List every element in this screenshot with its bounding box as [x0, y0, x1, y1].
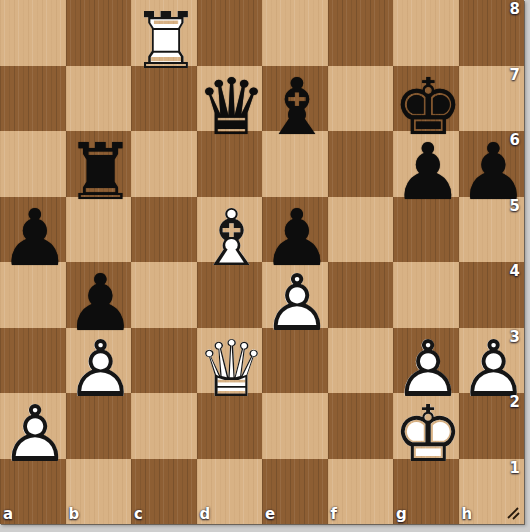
square-h4[interactable]: 4	[459, 262, 525, 328]
square-e2[interactable]	[262, 393, 328, 459]
square-f5[interactable]	[328, 197, 394, 263]
square-h3[interactable]: 3♟♙	[459, 328, 525, 394]
square-f2[interactable]	[328, 393, 394, 459]
white-king[interactable]: ♚♔	[393, 393, 459, 459]
square-d5[interactable]: ♝♗	[197, 197, 263, 263]
file-label: h	[462, 505, 473, 523]
square-c5[interactable]	[131, 197, 197, 263]
black-pawn[interactable]: ♟	[66, 262, 132, 328]
rank-label: 3	[510, 328, 520, 346]
square-g6[interactable]: ♟	[393, 131, 459, 197]
white-queen[interactable]: ♛♕	[197, 328, 263, 394]
square-d3[interactable]: ♛♕	[197, 328, 263, 394]
rank-label: 8	[510, 0, 520, 18]
square-e3[interactable]	[262, 328, 328, 394]
square-c8[interactable]: ♜♖	[131, 0, 197, 66]
black-rook[interactable]: ♜	[66, 131, 132, 197]
white-pawn[interactable]: ♟♙	[262, 262, 328, 328]
square-a2[interactable]: ♟♙	[0, 393, 66, 459]
square-g3[interactable]: ♟♙	[393, 328, 459, 394]
file-label: e	[265, 505, 275, 523]
square-h6[interactable]: 6♟	[459, 131, 525, 197]
board-resize-handle[interactable]	[505, 505, 521, 521]
square-f8[interactable]	[328, 0, 394, 66]
square-c3[interactable]	[131, 328, 197, 394]
square-d2[interactable]	[197, 393, 263, 459]
square-g7[interactable]: ♚	[393, 66, 459, 132]
square-d4[interactable]	[197, 262, 263, 328]
square-e4[interactable]: ♟♙	[262, 262, 328, 328]
square-d7[interactable]: ♛	[197, 66, 263, 132]
black-king[interactable]: ♚	[393, 66, 459, 132]
rank-label: 6	[510, 131, 520, 149]
rank-label: 1	[510, 459, 520, 477]
rank-label: 4	[510, 262, 520, 280]
square-f6[interactable]	[328, 131, 394, 197]
resize-icon	[505, 505, 521, 521]
square-a7[interactable]	[0, 66, 66, 132]
rank-label: 5	[510, 197, 520, 215]
square-b7[interactable]	[66, 66, 132, 132]
square-d8[interactable]	[197, 0, 263, 66]
file-label: a	[3, 505, 13, 523]
square-a4[interactable]	[0, 262, 66, 328]
file-label: b	[69, 505, 80, 523]
square-h5[interactable]: 5	[459, 197, 525, 263]
square-f7[interactable]	[328, 66, 394, 132]
file-label: g	[396, 505, 407, 523]
white-pawn[interactable]: ♟♙	[0, 393, 66, 459]
square-e1[interactable]: e	[262, 459, 328, 525]
square-a3[interactable]	[0, 328, 66, 394]
file-label: d	[200, 505, 211, 523]
rank-label: 2	[510, 393, 520, 411]
square-a6[interactable]	[0, 131, 66, 197]
square-f1[interactable]: f	[328, 459, 394, 525]
rank-label: 7	[510, 66, 520, 84]
square-b8[interactable]	[66, 0, 132, 66]
chess-board[interactable]: ♜♖8♛♝♚7♜♟6♟♟♝♗♟5♟♟♙4♟♙♛♕♟♙3♟♙♟♙♚♔2abcdef…	[0, 0, 524, 524]
square-g2[interactable]: ♚♔	[393, 393, 459, 459]
black-bishop[interactable]: ♝	[262, 66, 328, 132]
white-pawn[interactable]: ♟♙	[393, 328, 459, 394]
square-a5[interactable]: ♟	[0, 197, 66, 263]
page-background: ♜♖8♛♝♚7♜♟6♟♟♝♗♟5♟♟♙4♟♙♛♕♟♙3♟♙♟♙♚♔2abcdef…	[0, 0, 530, 532]
square-e7[interactable]: ♝	[262, 66, 328, 132]
file-label: c	[134, 505, 143, 523]
square-b1[interactable]: b	[66, 459, 132, 525]
square-g5[interactable]	[393, 197, 459, 263]
black-queen[interactable]: ♛	[197, 66, 263, 132]
square-g4[interactable]	[393, 262, 459, 328]
black-pawn[interactable]: ♟	[262, 197, 328, 263]
square-f4[interactable]	[328, 262, 394, 328]
square-h2[interactable]: 2	[459, 393, 525, 459]
white-rook[interactable]: ♜♖	[131, 0, 197, 66]
square-b3[interactable]: ♟♙	[66, 328, 132, 394]
square-e5[interactable]: ♟	[262, 197, 328, 263]
square-b2[interactable]	[66, 393, 132, 459]
file-label: f	[331, 505, 338, 523]
square-d6[interactable]	[197, 131, 263, 197]
square-g8[interactable]	[393, 0, 459, 66]
square-f3[interactable]	[328, 328, 394, 394]
square-b4[interactable]: ♟	[66, 262, 132, 328]
square-b5[interactable]	[66, 197, 132, 263]
square-c1[interactable]: c	[131, 459, 197, 525]
square-d1[interactable]: d	[197, 459, 263, 525]
square-c2[interactable]	[131, 393, 197, 459]
square-b6[interactable]: ♜	[66, 131, 132, 197]
square-a1[interactable]: a	[0, 459, 66, 525]
black-pawn[interactable]: ♟	[0, 197, 66, 263]
square-e6[interactable]	[262, 131, 328, 197]
square-c4[interactable]	[131, 262, 197, 328]
white-bishop[interactable]: ♝♗	[197, 197, 263, 263]
square-a8[interactable]	[0, 0, 66, 66]
square-c6[interactable]	[131, 131, 197, 197]
square-c7[interactable]	[131, 66, 197, 132]
square-h8[interactable]: 8	[459, 0, 525, 66]
square-g1[interactable]: g	[393, 459, 459, 525]
white-pawn[interactable]: ♟♙	[66, 328, 132, 394]
square-e8[interactable]	[262, 0, 328, 66]
square-h7[interactable]: 7	[459, 66, 525, 132]
black-pawn[interactable]: ♟	[393, 131, 459, 197]
